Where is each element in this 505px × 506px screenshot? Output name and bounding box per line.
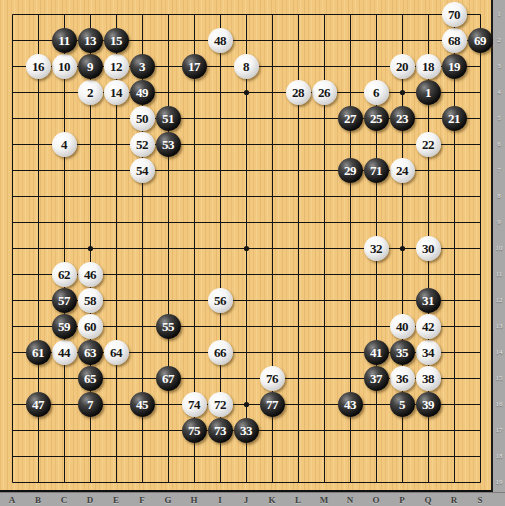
stone-white-34[interactable]: 34 bbox=[416, 340, 441, 365]
stone-white-8[interactable]: 8 bbox=[234, 54, 259, 79]
col-label-C: C bbox=[61, 495, 68, 505]
stone-black-43[interactable]: 43 bbox=[338, 392, 363, 417]
stone-white-32[interactable]: 32 bbox=[364, 236, 389, 261]
row-label-17: 17 bbox=[493, 426, 505, 434]
stone-black-35[interactable]: 35 bbox=[390, 340, 415, 365]
stone-black-75[interactable]: 75 bbox=[182, 418, 207, 443]
stone-white-26[interactable]: 26 bbox=[312, 80, 337, 105]
col-label-M: M bbox=[320, 495, 329, 505]
row-label-7: 7 bbox=[493, 166, 505, 174]
stone-black-1[interactable]: 1 bbox=[416, 80, 441, 105]
row-label-11: 11 bbox=[493, 270, 505, 278]
stone-black-13[interactable]: 13 bbox=[78, 28, 103, 53]
col-label-O: O bbox=[372, 495, 379, 505]
stone-white-20[interactable]: 20 bbox=[390, 54, 415, 79]
stone-black-73[interactable]: 73 bbox=[208, 418, 233, 443]
stone-black-31[interactable]: 31 bbox=[416, 288, 441, 313]
stone-black-67[interactable]: 67 bbox=[156, 366, 181, 391]
go-board[interactable]: 1234567891011121314151617181920212223242… bbox=[0, 0, 493, 492]
stone-black-61[interactable]: 61 bbox=[26, 340, 51, 365]
col-label-E: E bbox=[113, 495, 119, 505]
row-label-2: 2 bbox=[493, 36, 505, 44]
row-label-13: 13 bbox=[493, 322, 505, 330]
stone-white-64[interactable]: 64 bbox=[104, 340, 129, 365]
stone-black-55[interactable]: 55 bbox=[156, 314, 181, 339]
stone-black-57[interactable]: 57 bbox=[52, 288, 77, 313]
stone-black-17[interactable]: 17 bbox=[182, 54, 207, 79]
row-label-6: 6 bbox=[493, 140, 505, 148]
col-label-L: L bbox=[295, 495, 301, 505]
row-label-18: 18 bbox=[493, 452, 505, 460]
stone-black-51[interactable]: 51 bbox=[156, 106, 181, 131]
stone-white-42[interactable]: 42 bbox=[416, 314, 441, 339]
stone-white-40[interactable]: 40 bbox=[390, 314, 415, 339]
stone-white-62[interactable]: 62 bbox=[52, 262, 77, 287]
stone-white-14[interactable]: 14 bbox=[104, 80, 129, 105]
stone-black-47[interactable]: 47 bbox=[26, 392, 51, 417]
stone-white-48[interactable]: 48 bbox=[208, 28, 233, 53]
col-label-Q: Q bbox=[424, 495, 431, 505]
stone-black-25[interactable]: 25 bbox=[364, 106, 389, 131]
row-label-12: 12 bbox=[493, 296, 505, 304]
stone-white-58[interactable]: 58 bbox=[78, 288, 103, 313]
stone-black-9[interactable]: 9 bbox=[78, 54, 103, 79]
row-label-16: 16 bbox=[493, 400, 505, 408]
stone-white-54[interactable]: 54 bbox=[130, 158, 155, 183]
col-label-F: F bbox=[139, 495, 145, 505]
stone-black-71[interactable]: 71 bbox=[364, 158, 389, 183]
row-label-9: 9 bbox=[493, 218, 505, 226]
stone-white-6[interactable]: 6 bbox=[364, 80, 389, 105]
stone-black-23[interactable]: 23 bbox=[390, 106, 415, 131]
stone-black-41[interactable]: 41 bbox=[364, 340, 389, 365]
row-label-10: 10 bbox=[493, 244, 505, 252]
stone-black-11[interactable]: 11 bbox=[52, 28, 77, 53]
col-label-I: I bbox=[218, 495, 222, 505]
row-label-1: 1 bbox=[493, 10, 505, 18]
col-label-S: S bbox=[477, 495, 482, 505]
row-label-8: 8 bbox=[493, 192, 505, 200]
stone-white-16[interactable]: 16 bbox=[26, 54, 51, 79]
stone-white-66[interactable]: 66 bbox=[208, 340, 233, 365]
stone-black-69[interactable]: 69 bbox=[468, 28, 493, 53]
col-label-G: G bbox=[164, 495, 171, 505]
stone-white-52[interactable]: 52 bbox=[130, 132, 155, 157]
stone-white-72[interactable]: 72 bbox=[208, 392, 233, 417]
col-label-P: P bbox=[399, 495, 405, 505]
stone-white-12[interactable]: 12 bbox=[104, 54, 129, 79]
stone-black-19[interactable]: 19 bbox=[442, 54, 467, 79]
stone-white-44[interactable]: 44 bbox=[52, 340, 77, 365]
stone-black-49[interactable]: 49 bbox=[130, 80, 155, 105]
stone-black-7[interactable]: 7 bbox=[78, 392, 103, 417]
col-label-B: B bbox=[35, 495, 41, 505]
stone-white-30[interactable]: 30 bbox=[416, 236, 441, 261]
stone-white-36[interactable]: 36 bbox=[390, 366, 415, 391]
stone-black-29[interactable]: 29 bbox=[338, 158, 363, 183]
go-game-window: 1234567891011121314151617181920212223242… bbox=[0, 0, 505, 506]
stone-white-18[interactable]: 18 bbox=[416, 54, 441, 79]
stone-white-10[interactable]: 10 bbox=[52, 54, 77, 79]
stone-black-65[interactable]: 65 bbox=[78, 366, 103, 391]
stones-layer: 1234567891011121314151617181920212223242… bbox=[0, 1, 493, 495]
stone-black-63[interactable]: 63 bbox=[78, 340, 103, 365]
col-label-A: A bbox=[9, 495, 16, 505]
col-label-H: H bbox=[190, 495, 197, 505]
stone-white-2[interactable]: 2 bbox=[78, 80, 103, 105]
column-labels-strip: ABCDEFGHIJKLMNOPQRS bbox=[0, 492, 505, 506]
row-label-15: 15 bbox=[493, 374, 505, 382]
stone-black-39[interactable]: 39 bbox=[416, 392, 441, 417]
col-label-R: R bbox=[451, 495, 458, 505]
stone-black-53[interactable]: 53 bbox=[156, 132, 181, 157]
stone-black-5[interactable]: 5 bbox=[390, 392, 415, 417]
stone-white-74[interactable]: 74 bbox=[182, 392, 207, 417]
stone-white-28[interactable]: 28 bbox=[286, 80, 311, 105]
row-label-3: 3 bbox=[493, 62, 505, 70]
stone-black-77[interactable]: 77 bbox=[260, 392, 285, 417]
row-label-5: 5 bbox=[493, 114, 505, 122]
stone-black-21[interactable]: 21 bbox=[442, 106, 467, 131]
col-label-D: D bbox=[87, 495, 94, 505]
col-label-K: K bbox=[268, 495, 275, 505]
row-label-19: 19 bbox=[493, 478, 505, 486]
stone-black-3[interactable]: 3 bbox=[130, 54, 155, 79]
stone-white-76[interactable]: 76 bbox=[260, 366, 285, 391]
stone-black-27[interactable]: 27 bbox=[338, 106, 363, 131]
stone-white-24[interactable]: 24 bbox=[390, 158, 415, 183]
stone-white-22[interactable]: 22 bbox=[416, 132, 441, 157]
stone-white-4[interactable]: 4 bbox=[52, 132, 77, 157]
stone-black-45[interactable]: 45 bbox=[130, 392, 155, 417]
stone-white-38[interactable]: 38 bbox=[416, 366, 441, 391]
col-label-J: J bbox=[244, 495, 249, 505]
stone-white-50[interactable]: 50 bbox=[130, 106, 155, 131]
stone-black-33[interactable]: 33 bbox=[234, 418, 259, 443]
stone-white-60[interactable]: 60 bbox=[78, 314, 103, 339]
stone-black-37[interactable]: 37 bbox=[364, 366, 389, 391]
stone-white-56[interactable]: 56 bbox=[208, 288, 233, 313]
stone-white-70[interactable]: 70 bbox=[442, 2, 467, 27]
row-label-4: 4 bbox=[493, 88, 505, 96]
stone-white-46[interactable]: 46 bbox=[78, 262, 103, 287]
row-labels-strip: 12345678910111213141516171819 bbox=[493, 0, 505, 492]
stone-black-59[interactable]: 59 bbox=[52, 314, 77, 339]
stone-black-15[interactable]: 15 bbox=[104, 28, 129, 53]
row-label-14: 14 bbox=[493, 348, 505, 356]
stone-white-68[interactable]: 68 bbox=[442, 28, 467, 53]
col-label-N: N bbox=[347, 495, 354, 505]
